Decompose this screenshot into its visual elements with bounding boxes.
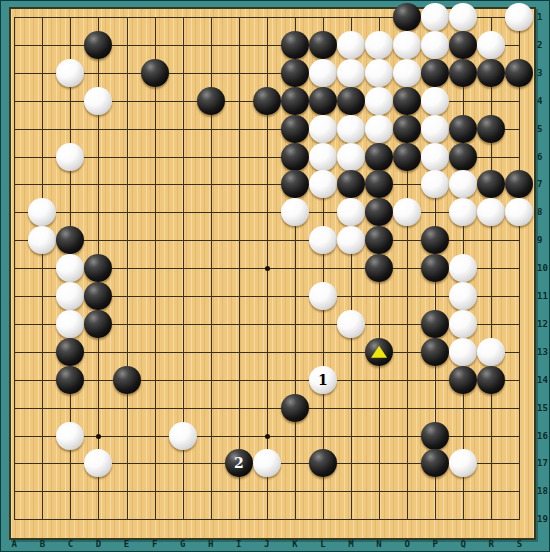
grid-line-horizontal [14,380,520,381]
move-number-label: 1 [318,366,328,394]
stone-black-Q5 [449,115,477,143]
column-label-F: F [149,539,161,549]
row-label-15: 15 [537,403,550,413]
stone-black-P9 [421,226,449,254]
stone-white-Q10 [449,254,477,282]
column-label-K: K [289,539,301,549]
stone-black-L2 [309,31,337,59]
star-point [96,434,101,439]
stone-black-F3 [141,59,169,87]
stone-white-C6 [56,143,84,171]
stone-black-I17: 2 [225,449,253,477]
stone-black-K2 [281,31,309,59]
stone-white-Q8 [449,198,477,226]
stone-white-D17 [84,449,112,477]
stone-black-P13 [421,338,449,366]
stone-white-L3 [309,59,337,87]
stone-white-M2 [337,31,365,59]
stone-black-R3 [477,59,505,87]
stone-black-O6 [393,143,421,171]
stone-white-C12 [56,310,84,338]
stone-white-Q13 [449,338,477,366]
stone-white-R2 [477,31,505,59]
stone-white-P6 [421,143,449,171]
stone-black-Q6 [449,143,477,171]
stone-black-N13 [365,338,393,366]
column-label-B: B [36,539,48,549]
stone-white-R8 [477,198,505,226]
star-point [265,266,270,271]
stone-white-P1 [421,3,449,31]
stone-white-B9 [28,226,56,254]
stone-black-P16 [421,422,449,450]
stone-white-N4 [365,87,393,115]
row-label-9: 9 [537,235,550,245]
column-label-O: O [401,539,413,549]
stone-white-G16 [169,422,197,450]
stone-black-S7 [505,170,533,198]
stone-black-K3 [281,59,309,87]
stone-white-N2 [365,31,393,59]
stone-white-L9 [309,226,337,254]
stone-black-L17 [309,449,337,477]
column-label-P: P [429,539,441,549]
stone-white-K8 [281,198,309,226]
stone-black-M7 [337,170,365,198]
stone-white-Q11 [449,282,477,310]
stone-black-Q3 [449,59,477,87]
stone-black-C13 [56,338,84,366]
stone-white-C11 [56,282,84,310]
column-label-G: G [177,539,189,549]
grid-line-vertical [519,17,520,520]
stone-white-P4 [421,87,449,115]
stone-white-M3 [337,59,365,87]
row-label-6: 6 [537,152,550,162]
stone-black-K4 [281,87,309,115]
stone-black-E14 [113,366,141,394]
stone-black-S3 [505,59,533,87]
stone-black-N10 [365,254,393,282]
grid-line-horizontal [14,491,520,492]
column-label-R: R [485,539,497,549]
stone-black-K7 [281,170,309,198]
column-label-N: N [373,539,385,549]
stone-black-C9 [56,226,84,254]
star-point [265,434,270,439]
column-label-I: I [233,539,245,549]
stone-black-R14 [477,366,505,394]
stone-white-M6 [337,143,365,171]
stone-white-O2 [393,31,421,59]
stone-black-P17 [421,449,449,477]
stone-black-N6 [365,143,393,171]
stone-black-D10 [84,254,112,282]
stone-black-R5 [477,115,505,143]
stone-white-L11 [309,282,337,310]
row-label-19: 19 [537,514,550,524]
row-label-2: 2 [537,40,550,50]
stone-black-N9 [365,226,393,254]
row-label-11: 11 [537,291,550,301]
column-label-H: H [205,539,217,549]
stone-white-C16 [56,422,84,450]
stone-white-O8 [393,198,421,226]
stone-white-N3 [365,59,393,87]
stone-white-M9 [337,226,365,254]
column-label-J: J [261,539,273,549]
column-label-S: S [513,539,525,549]
row-label-7: 7 [537,179,550,189]
row-label-3: 3 [537,68,550,78]
row-label-5: 5 [537,124,550,134]
stone-black-D2 [84,31,112,59]
stone-black-D12 [84,310,112,338]
column-label-Q: Q [457,539,469,549]
stone-white-M12 [337,310,365,338]
stone-white-O3 [393,59,421,87]
move-number-label: 2 [234,449,244,477]
stone-black-P10 [421,254,449,282]
stone-black-P3 [421,59,449,87]
row-label-16: 16 [537,431,550,441]
stone-white-P5 [421,115,449,143]
triangle-marker [371,346,387,358]
stone-white-J17 [253,449,281,477]
stone-white-C10 [56,254,84,282]
stone-black-Q2 [449,31,477,59]
row-label-18: 18 [537,486,550,496]
stone-white-S1 [505,3,533,31]
stone-black-C14 [56,366,84,394]
stone-black-D11 [84,282,112,310]
stone-white-N5 [365,115,393,143]
stone-black-N8 [365,198,393,226]
stone-white-Q17 [449,449,477,477]
stone-white-Q1 [449,3,477,31]
stone-black-H4 [197,87,225,115]
row-label-12: 12 [537,319,550,329]
stone-black-O5 [393,115,421,143]
stone-white-L5 [309,115,337,143]
stone-white-L6 [309,143,337,171]
column-label-A: A [8,539,20,549]
stone-black-L4 [309,87,337,115]
stone-black-O4 [393,87,421,115]
stone-white-D4 [84,87,112,115]
stone-white-C3 [56,59,84,87]
column-label-L: L [317,539,329,549]
stone-black-M4 [337,87,365,115]
grid-line-horizontal [14,519,520,520]
row-label-13: 13 [537,347,550,357]
row-label-10: 10 [537,263,550,273]
stone-white-B8 [28,198,56,226]
row-label-4: 4 [537,96,550,106]
stone-black-R7 [477,170,505,198]
stone-white-M8 [337,198,365,226]
row-label-1: 1 [537,12,550,22]
stone-white-M5 [337,115,365,143]
go-board-grid[interactable]: 12 [9,7,536,540]
stone-black-O1 [393,3,421,31]
stone-white-P7 [421,170,449,198]
stone-white-R13 [477,338,505,366]
stone-white-Q12 [449,310,477,338]
stone-black-J4 [253,87,281,115]
column-label-E: E [121,539,133,549]
stone-black-K5 [281,115,309,143]
stone-white-L14: 1 [309,366,337,394]
grid-line-vertical [491,17,492,520]
column-label-C: C [64,539,76,549]
row-label-8: 8 [537,207,550,217]
row-label-14: 14 [537,375,550,385]
stone-white-Q7 [449,170,477,198]
stone-black-K15 [281,394,309,422]
column-label-D: D [92,539,104,549]
stone-black-P12 [421,310,449,338]
stone-black-Q14 [449,366,477,394]
column-label-M: M [345,539,357,549]
stone-white-L7 [309,170,337,198]
stone-black-N7 [365,170,393,198]
stone-white-P2 [421,31,449,59]
row-label-17: 17 [537,458,550,468]
stone-white-S8 [505,198,533,226]
stone-black-K6 [281,143,309,171]
grid-line-horizontal [14,408,520,409]
go-board-frame: 12 ABCDEFGHIJKLMNOPQRS 12345678910111213… [0,0,550,552]
